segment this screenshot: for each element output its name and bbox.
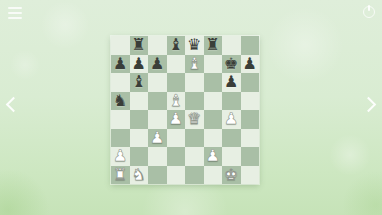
square-c1[interactable] bbox=[148, 166, 167, 185]
square-h4[interactable] bbox=[241, 110, 260, 129]
square-d7[interactable] bbox=[167, 55, 186, 74]
square-g7[interactable]: ♚ bbox=[222, 55, 241, 74]
square-f4[interactable] bbox=[204, 110, 223, 129]
square-c6[interactable] bbox=[148, 73, 167, 92]
square-d3[interactable] bbox=[167, 129, 186, 148]
square-h2[interactable] bbox=[241, 147, 260, 166]
square-g8[interactable] bbox=[222, 36, 241, 55]
square-c8[interactable] bbox=[148, 36, 167, 55]
black-rook-piece[interactable]: ♜ bbox=[132, 37, 146, 53]
square-b6[interactable]: ♝ bbox=[130, 73, 149, 92]
square-e2[interactable] bbox=[185, 147, 204, 166]
square-f3[interactable] bbox=[204, 129, 223, 148]
black-bishop-piece[interactable]: ♝ bbox=[132, 74, 146, 90]
square-a3[interactable] bbox=[111, 129, 130, 148]
square-f8[interactable]: ♜ bbox=[204, 36, 223, 55]
square-b4[interactable] bbox=[130, 110, 149, 129]
square-c4[interactable] bbox=[148, 110, 167, 129]
white-bishop-piece[interactable]: ♝ bbox=[187, 56, 201, 72]
power-bar bbox=[368, 5, 370, 11]
hamburger-bar bbox=[8, 17, 22, 19]
white-pawn-piece[interactable]: ♟ bbox=[150, 130, 164, 146]
black-pawn-piece[interactable]: ♟ bbox=[150, 56, 164, 72]
square-e6[interactable] bbox=[185, 73, 204, 92]
square-d2[interactable] bbox=[167, 147, 186, 166]
next-puzzle-button[interactable] bbox=[363, 99, 374, 110]
square-f6[interactable] bbox=[204, 73, 223, 92]
square-g6[interactable]: ♟ bbox=[222, 73, 241, 92]
square-d8[interactable]: ♝ bbox=[167, 36, 186, 55]
square-a5[interactable]: ♞ bbox=[111, 92, 130, 111]
white-pawn-piece[interactable]: ♟ bbox=[224, 111, 238, 127]
square-b7[interactable]: ♟ bbox=[130, 55, 149, 74]
square-b1[interactable]: ♞ bbox=[130, 166, 149, 185]
square-b3[interactable] bbox=[130, 129, 149, 148]
square-f7[interactable] bbox=[204, 55, 223, 74]
white-king-piece[interactable]: ♚ bbox=[224, 167, 238, 183]
white-knight-piece[interactable]: ♞ bbox=[132, 167, 146, 183]
black-queen-piece[interactable]: ♛ bbox=[187, 37, 201, 53]
white-pawn-piece[interactable]: ♟ bbox=[169, 111, 183, 127]
square-b2[interactable] bbox=[130, 147, 149, 166]
square-c2[interactable] bbox=[148, 147, 167, 166]
hamburger-bar bbox=[8, 7, 22, 9]
square-g5[interactable] bbox=[222, 92, 241, 111]
square-a8[interactable] bbox=[111, 36, 130, 55]
square-a1[interactable]: ♜ bbox=[111, 166, 130, 185]
square-f1[interactable] bbox=[204, 166, 223, 185]
square-b8[interactable]: ♜ bbox=[130, 36, 149, 55]
square-e1[interactable] bbox=[185, 166, 204, 185]
square-d5[interactable]: ♝ bbox=[167, 92, 186, 111]
square-d1[interactable] bbox=[167, 166, 186, 185]
square-f2[interactable]: ♟ bbox=[204, 147, 223, 166]
square-c5[interactable] bbox=[148, 92, 167, 111]
square-h6[interactable] bbox=[241, 73, 260, 92]
hamburger-bar bbox=[8, 12, 22, 14]
square-e5[interactable] bbox=[185, 92, 204, 111]
square-c7[interactable]: ♟ bbox=[148, 55, 167, 74]
square-e3[interactable] bbox=[185, 129, 204, 148]
square-h3[interactable] bbox=[241, 129, 260, 148]
square-h1[interactable] bbox=[241, 166, 260, 185]
white-queen-piece[interactable]: ♛ bbox=[187, 111, 201, 127]
square-a2[interactable]: ♟ bbox=[111, 147, 130, 166]
square-e8[interactable]: ♛ bbox=[185, 36, 204, 55]
square-g4[interactable]: ♟ bbox=[222, 110, 241, 129]
square-g2[interactable] bbox=[222, 147, 241, 166]
square-h5[interactable] bbox=[241, 92, 260, 111]
power-icon[interactable] bbox=[363, 6, 375, 18]
square-h7[interactable]: ♟ bbox=[241, 55, 260, 74]
black-pawn-piece[interactable]: ♟ bbox=[243, 56, 257, 72]
square-a7[interactable]: ♟ bbox=[111, 55, 130, 74]
square-b5[interactable] bbox=[130, 92, 149, 111]
hamburger-menu-icon[interactable] bbox=[8, 7, 22, 19]
black-bishop-piece[interactable]: ♝ bbox=[169, 37, 183, 53]
prev-puzzle-button[interactable] bbox=[8, 99, 19, 110]
black-knight-piece[interactable]: ♞ bbox=[113, 93, 127, 109]
square-g3[interactable] bbox=[222, 129, 241, 148]
square-a4[interactable] bbox=[111, 110, 130, 129]
square-c3[interactable]: ♟ bbox=[148, 129, 167, 148]
white-bishop-piece[interactable]: ♝ bbox=[169, 93, 183, 109]
black-pawn-piece[interactable]: ♟ bbox=[132, 56, 146, 72]
black-rook-piece[interactable]: ♜ bbox=[206, 37, 220, 53]
square-h8[interactable] bbox=[241, 36, 260, 55]
white-pawn-piece[interactable]: ♟ bbox=[113, 148, 127, 164]
white-rook-piece[interactable]: ♜ bbox=[113, 167, 127, 183]
black-pawn-piece[interactable]: ♟ bbox=[113, 56, 127, 72]
square-d4[interactable]: ♟ bbox=[167, 110, 186, 129]
square-d6[interactable] bbox=[167, 73, 186, 92]
black-king-piece[interactable]: ♚ bbox=[224, 56, 238, 72]
chess-board: ♜♝♛♜♟♟♟♝♚♟♝♟♞♝♟♛♟♟♟♟♜♞♚ bbox=[111, 36, 259, 184]
square-a6[interactable] bbox=[111, 73, 130, 92]
black-pawn-piece[interactable]: ♟ bbox=[224, 74, 238, 90]
app-window: ♜♝♛♜♟♟♟♝♚♟♝♟♞♝♟♛♟♟♟♟♜♞♚ bbox=[0, 0, 382, 215]
square-e7[interactable]: ♝ bbox=[185, 55, 204, 74]
square-f5[interactable] bbox=[204, 92, 223, 111]
white-pawn-piece[interactable]: ♟ bbox=[206, 148, 220, 164]
square-e4[interactable]: ♛ bbox=[185, 110, 204, 129]
square-g1[interactable]: ♚ bbox=[222, 166, 241, 185]
